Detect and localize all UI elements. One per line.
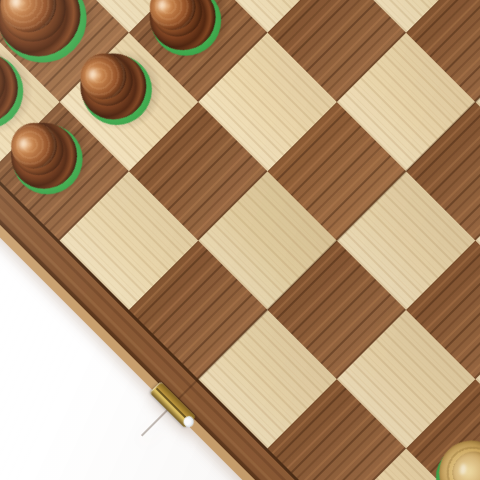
photo-scene: ♜♞♟♟♟♙: [0, 0, 480, 480]
board-grid: ♜♞♟♟♟♙: [0, 0, 480, 480]
chessboard: ♜♞♟♟♟♙: [0, 0, 480, 480]
